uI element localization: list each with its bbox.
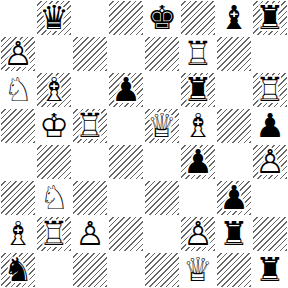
square-h5[interactable]: ♟♟ — [252, 108, 288, 144]
square-g8[interactable]: ♝♝ — [216, 0, 252, 36]
square-f6[interactable]: ♜♜ — [180, 72, 216, 108]
square-a3[interactable] — [0, 180, 36, 216]
square-f8[interactable] — [180, 0, 216, 36]
white-rook-piece: ♖ — [252, 72, 288, 108]
white-pawn-piece: ♙ — [72, 216, 108, 252]
square-f7[interactable]: ♜♖ — [180, 36, 216, 72]
square-b6[interactable]: ♝♗ — [36, 72, 72, 108]
white-knight-piece: ♘ — [36, 180, 72, 216]
square-d2[interactable] — [108, 216, 144, 252]
square-d4[interactable] — [108, 144, 144, 180]
black-knight-piece: ♞ — [0, 252, 36, 288]
black-pawn-piece: ♟ — [252, 108, 288, 144]
square-e3[interactable] — [144, 180, 180, 216]
square-e6[interactable] — [144, 72, 180, 108]
black-pawn-piece: ♟ — [108, 72, 144, 108]
white-pawn-piece: ♙ — [252, 144, 288, 180]
black-queen-piece: ♛ — [36, 0, 72, 36]
square-f3[interactable] — [180, 180, 216, 216]
black-rook-piece: ♜ — [216, 216, 252, 252]
square-h2[interactable] — [252, 216, 288, 252]
square-h7[interactable] — [252, 36, 288, 72]
square-c8[interactable] — [72, 0, 108, 36]
square-b3[interactable]: ♞♘ — [36, 180, 72, 216]
square-b2[interactable]: ♜♖ — [36, 216, 72, 252]
square-a1[interactable]: ♞♞ — [0, 252, 36, 288]
white-bishop-piece: ♗ — [180, 108, 216, 144]
square-f4[interactable]: ♟♟ — [180, 144, 216, 180]
square-d5[interactable] — [108, 108, 144, 144]
square-e8[interactable]: ♚♚ — [144, 0, 180, 36]
white-rook-piece: ♖ — [180, 36, 216, 72]
white-bishop-piece: ♗ — [36, 72, 72, 108]
square-g2[interactable]: ♜♜ — [216, 216, 252, 252]
black-pawn-piece: ♟ — [216, 180, 252, 216]
square-a2[interactable]: ♝♗ — [0, 216, 36, 252]
white-king-piece: ♔ — [36, 108, 72, 144]
black-rook-piece: ♜ — [252, 252, 288, 288]
square-e2[interactable] — [144, 216, 180, 252]
white-queen-piece: ♕ — [144, 108, 180, 144]
square-d8[interactable] — [108, 0, 144, 36]
square-c6[interactable] — [72, 72, 108, 108]
square-f1[interactable]: ♛♕ — [180, 252, 216, 288]
square-f2[interactable]: ♟♙ — [180, 216, 216, 252]
square-d1[interactable] — [108, 252, 144, 288]
square-g5[interactable] — [216, 108, 252, 144]
square-c1[interactable] — [72, 252, 108, 288]
square-f5[interactable]: ♝♗ — [180, 108, 216, 144]
square-g7[interactable] — [216, 36, 252, 72]
square-g1[interactable] — [216, 252, 252, 288]
white-rook-piece: ♖ — [36, 216, 72, 252]
square-b7[interactable] — [36, 36, 72, 72]
white-queen-piece: ♕ — [180, 252, 216, 288]
square-h4[interactable]: ♟♙ — [252, 144, 288, 180]
square-c7[interactable] — [72, 36, 108, 72]
square-b8[interactable]: ♛♛ — [36, 0, 72, 36]
white-pawn-piece: ♙ — [0, 36, 36, 72]
black-king-piece: ♚ — [144, 0, 180, 36]
square-g6[interactable] — [216, 72, 252, 108]
square-b4[interactable] — [36, 144, 72, 180]
square-d6[interactable]: ♟♟ — [108, 72, 144, 108]
square-c5[interactable]: ♜♖ — [72, 108, 108, 144]
square-b1[interactable] — [36, 252, 72, 288]
black-bishop-piece: ♝ — [216, 0, 252, 36]
white-knight-piece: ♘ — [0, 72, 36, 108]
square-e7[interactable] — [144, 36, 180, 72]
square-d3[interactable] — [108, 180, 144, 216]
square-a7[interactable]: ♟♙ — [0, 36, 36, 72]
square-c2[interactable]: ♟♙ — [72, 216, 108, 252]
white-bishop-piece: ♗ — [0, 216, 36, 252]
square-h8[interactable]: ♜♜ — [252, 0, 288, 36]
square-b5[interactable]: ♚♔ — [36, 108, 72, 144]
white-pawn-piece: ♙ — [180, 216, 216, 252]
square-h3[interactable] — [252, 180, 288, 216]
square-h1[interactable]: ♜♜ — [252, 252, 288, 288]
square-a5[interactable] — [0, 108, 36, 144]
black-rook-piece: ♜ — [180, 72, 216, 108]
square-e4[interactable] — [144, 144, 180, 180]
square-g4[interactable] — [216, 144, 252, 180]
chess-board: ♛♛♚♚♝♝♜♜♟♙♜♖♞♘♝♗♟♟♜♜♜♖♚♔♜♖♛♕♝♗♟♟♟♟♟♙♞♘♟♟… — [0, 0, 288, 288]
square-a6[interactable]: ♞♘ — [0, 72, 36, 108]
square-a8[interactable] — [0, 0, 36, 36]
square-e5[interactable]: ♛♕ — [144, 108, 180, 144]
square-g3[interactable]: ♟♟ — [216, 180, 252, 216]
square-d7[interactable] — [108, 36, 144, 72]
square-c4[interactable] — [72, 144, 108, 180]
square-c3[interactable] — [72, 180, 108, 216]
white-rook-piece: ♖ — [72, 108, 108, 144]
black-rook-piece: ♜ — [252, 0, 288, 36]
square-e1[interactable] — [144, 252, 180, 288]
square-a4[interactable] — [0, 144, 36, 180]
square-h6[interactable]: ♜♖ — [252, 72, 288, 108]
black-pawn-piece: ♟ — [180, 144, 216, 180]
